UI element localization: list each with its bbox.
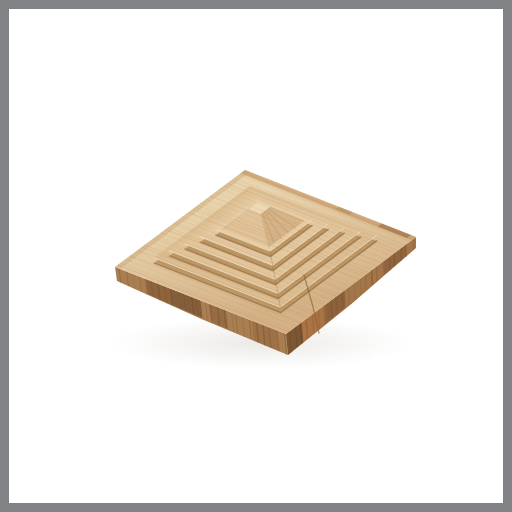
product-photo-canvas [0, 0, 512, 512]
side-grain [383, 262, 384, 276]
photo-frame-border [0, 0, 512, 512]
side-grain [372, 270, 373, 284]
side-grain [389, 257, 390, 270]
wood-block-photo [9, 9, 512, 512]
side-grain [376, 267, 377, 281]
